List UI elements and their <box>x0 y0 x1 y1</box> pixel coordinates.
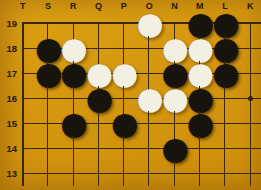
black-stone-S17: ● <box>35 61 60 86</box>
intersection-M16[interactable]: ● <box>187 86 212 111</box>
black-stone-S18: ● <box>35 36 60 61</box>
intersection-P17[interactable]: ● <box>111 61 136 86</box>
intersection-P16[interactable] <box>111 86 136 111</box>
intersection-Q13[interactable] <box>86 161 111 186</box>
intersection-R13[interactable] <box>61 161 86 186</box>
intersection-O15[interactable] <box>136 111 161 136</box>
go-board: TSRQPONMLK 19181716151413 ●●●●●●●●●●●●●●… <box>0 0 261 190</box>
intersection-N13[interactable] <box>162 161 187 186</box>
intersection-S17[interactable]: ● <box>35 61 60 86</box>
intersection-T19[interactable] <box>10 11 35 36</box>
intersection-R17[interactable]: ● <box>61 61 86 86</box>
black-stone-N17: ● <box>162 61 187 86</box>
intersection-K19[interactable] <box>238 11 261 36</box>
intersection-P15[interactable]: ● <box>111 111 136 136</box>
white-stone-M17: ● <box>187 61 212 86</box>
intersection-O13[interactable] <box>136 161 161 186</box>
intersection-K14[interactable] <box>238 136 261 161</box>
intersection-O14[interactable] <box>136 136 161 161</box>
intersection-Q14[interactable] <box>86 136 111 161</box>
intersection-N18[interactable]: ● <box>162 36 187 61</box>
intersection-L19[interactable]: ● <box>212 11 237 36</box>
intersection-O18[interactable] <box>136 36 161 61</box>
intersection-L13[interactable] <box>212 161 237 186</box>
intersection-P18[interactable] <box>111 36 136 61</box>
intersection-T18[interactable] <box>10 36 35 61</box>
intersection-K15[interactable] <box>238 111 261 136</box>
intersection-R16[interactable] <box>61 86 86 111</box>
black-stone-L18: ● <box>212 36 237 61</box>
intersection-L14[interactable] <box>212 136 237 161</box>
black-stone-P15: ● <box>111 111 136 136</box>
intersection-O16[interactable]: ● <box>136 86 161 111</box>
intersection-Q16[interactable]: ● <box>86 86 111 111</box>
black-stone-M19: ● <box>187 11 212 36</box>
intersection-S18[interactable]: ● <box>35 36 60 61</box>
intersection-P14[interactable] <box>111 136 136 161</box>
intersection-T16[interactable] <box>10 86 35 111</box>
intersection-N15[interactable] <box>162 111 187 136</box>
intersection-M13[interactable] <box>187 161 212 186</box>
black-stone-L19: ● <box>212 11 237 36</box>
intersection-M19[interactable]: ● <box>187 11 212 36</box>
intersection-R18[interactable]: ● <box>61 36 86 61</box>
black-stone-R15: ● <box>61 111 86 136</box>
intersection-M14[interactable] <box>187 136 212 161</box>
board-grid: ●●●●●●●●●●●●●●●●●●●●●●● <box>10 11 261 187</box>
intersection-N17[interactable]: ● <box>162 61 187 86</box>
intersection-K16[interactable] <box>238 86 261 111</box>
intersection-R19[interactable] <box>61 11 86 36</box>
white-stone-P17: ● <box>111 61 136 86</box>
intersection-L16[interactable] <box>212 86 237 111</box>
intersection-R15[interactable]: ● <box>61 111 86 136</box>
intersection-N14[interactable]: ● <box>162 136 187 161</box>
intersection-Q15[interactable] <box>86 111 111 136</box>
black-stone-R17: ● <box>61 61 86 86</box>
intersection-N19[interactable] <box>162 11 187 36</box>
white-stone-N16: ● <box>162 86 187 111</box>
intersection-P19[interactable] <box>111 11 136 36</box>
intersection-P13[interactable] <box>111 161 136 186</box>
intersection-T15[interactable] <box>10 111 35 136</box>
intersection-K17[interactable] <box>238 61 261 86</box>
black-stone-L17: ● <box>212 61 237 86</box>
black-stone-M16: ● <box>187 86 212 111</box>
intersection-R14[interactable] <box>61 136 86 161</box>
intersection-M15[interactable]: ● <box>187 111 212 136</box>
white-stone-R18: ● <box>61 36 86 61</box>
intersection-O17[interactable] <box>136 61 161 86</box>
intersection-S15[interactable] <box>35 111 60 136</box>
black-stone-Q16: ● <box>86 86 111 111</box>
intersection-N16[interactable]: ● <box>162 86 187 111</box>
white-stone-M18: ● <box>187 36 212 61</box>
black-stone-N14: ● <box>162 136 187 161</box>
intersection-S14[interactable] <box>35 136 60 161</box>
intersection-T13[interactable] <box>10 161 35 186</box>
intersection-Q17[interactable]: ● <box>86 61 111 86</box>
intersection-S16[interactable] <box>35 86 60 111</box>
intersection-M18[interactable]: ● <box>187 36 212 61</box>
intersection-L18[interactable]: ● <box>212 36 237 61</box>
white-stone-O16: ● <box>136 86 161 111</box>
intersection-T14[interactable] <box>10 136 35 161</box>
intersection-S13[interactable] <box>35 161 60 186</box>
intersection-M17[interactable]: ● <box>187 61 212 86</box>
intersection-L15[interactable] <box>212 111 237 136</box>
white-stone-O19: ● <box>136 11 161 36</box>
intersection-S19[interactable] <box>35 11 60 36</box>
intersection-Q18[interactable] <box>86 36 111 61</box>
intersection-Q19[interactable] <box>86 11 111 36</box>
white-stone-N18: ● <box>162 36 187 61</box>
intersection-O19[interactable]: ● <box>136 11 161 36</box>
intersection-T17[interactable] <box>10 61 35 86</box>
black-stone-M15: ● <box>187 111 212 136</box>
intersection-L17[interactable]: ● <box>212 61 237 86</box>
intersection-K13[interactable] <box>238 161 261 186</box>
intersection-K18[interactable] <box>238 36 261 61</box>
white-stone-Q17: ● <box>86 61 111 86</box>
